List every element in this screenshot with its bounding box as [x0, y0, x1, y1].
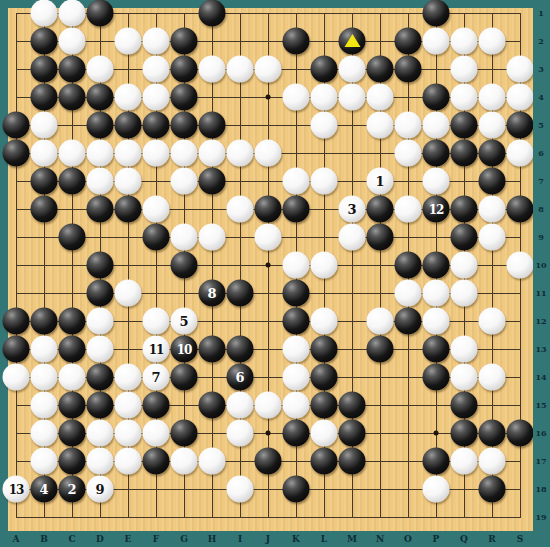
stone-white[interactable]: [87, 420, 114, 447]
stone-black[interactable]: [423, 84, 450, 111]
row-label: 18: [535, 484, 546, 494]
stone-black[interactable]: [451, 392, 478, 419]
stone-black[interactable]: [283, 280, 310, 307]
stone-white[interactable]: 1: [367, 168, 394, 195]
stone-black[interactable]: [3, 308, 30, 335]
stone-white[interactable]: [31, 364, 58, 391]
stone-black[interactable]: [59, 420, 86, 447]
stone-white[interactable]: [339, 224, 366, 251]
column-label: M: [347, 534, 357, 544]
stone-black[interactable]: [171, 112, 198, 139]
stone-white[interactable]: 9: [87, 476, 114, 503]
stone-white[interactable]: [479, 84, 506, 111]
stone-black[interactable]: [367, 56, 394, 83]
stone-black[interactable]: [339, 28, 366, 55]
stone-white[interactable]: [395, 112, 422, 139]
stone-white[interactable]: [31, 392, 58, 419]
stone-black[interactable]: [423, 252, 450, 279]
stone-white[interactable]: [143, 420, 170, 447]
stone-black[interactable]: [423, 448, 450, 475]
column-label: I: [238, 534, 242, 544]
stone-white[interactable]: [367, 308, 394, 335]
stone-black[interactable]: [87, 252, 114, 279]
stone-white[interactable]: [227, 392, 254, 419]
stone-white[interactable]: [255, 224, 282, 251]
stone-white[interactable]: [255, 392, 282, 419]
stone-black[interactable]: [171, 252, 198, 279]
stone-black[interactable]: [171, 420, 198, 447]
stone-black[interactable]: [87, 196, 114, 223]
stone-black[interactable]: [59, 224, 86, 251]
stone-black[interactable]: [227, 336, 254, 363]
stone-black[interactable]: [423, 140, 450, 167]
stone-white[interactable]: [31, 336, 58, 363]
column-label: E: [125, 534, 132, 544]
stone-white[interactable]: 3: [339, 196, 366, 223]
stone-black[interactable]: [367, 336, 394, 363]
stone-black[interactable]: [3, 336, 30, 363]
stone-white[interactable]: [87, 56, 114, 83]
stone-white[interactable]: [507, 84, 534, 111]
column-label: G: [180, 534, 188, 544]
row-label: 6: [538, 148, 544, 158]
stone-white[interactable]: [311, 420, 338, 447]
stone-white[interactable]: [311, 112, 338, 139]
column-label: F: [153, 534, 159, 544]
stone-black[interactable]: [395, 308, 422, 335]
stone-white[interactable]: 11: [143, 336, 170, 363]
stone-white[interactable]: [31, 448, 58, 475]
column-label: L: [321, 534, 327, 544]
stone-white[interactable]: [59, 0, 86, 27]
stone-black[interactable]: [283, 196, 310, 223]
stone-white[interactable]: [59, 28, 86, 55]
stone-white[interactable]: [87, 168, 114, 195]
stone-black[interactable]: [59, 336, 86, 363]
stone-white[interactable]: [115, 28, 142, 55]
stone-white[interactable]: [143, 84, 170, 111]
stone-black[interactable]: [31, 84, 58, 111]
stone-black[interactable]: [31, 168, 58, 195]
column-label: P: [433, 534, 440, 544]
stone-white[interactable]: [507, 56, 534, 83]
stone-black[interactable]: [87, 280, 114, 307]
column-label: D: [96, 534, 104, 544]
stone-white[interactable]: [143, 28, 170, 55]
stone-white[interactable]: [115, 420, 142, 447]
stone-black[interactable]: [339, 448, 366, 475]
stone-black[interactable]: [423, 336, 450, 363]
stone-white[interactable]: [87, 448, 114, 475]
row-label: 11: [535, 288, 546, 298]
stone-white[interactable]: [283, 336, 310, 363]
row-label: 3: [538, 64, 544, 74]
star-point: [266, 263, 271, 268]
stone-black[interactable]: [31, 56, 58, 83]
stone-white[interactable]: [423, 168, 450, 195]
stone-black[interactable]: [59, 168, 86, 195]
stone-white[interactable]: [143, 140, 170, 167]
stone-black[interactable]: 2: [59, 476, 86, 503]
stone-white[interactable]: [115, 168, 142, 195]
stone-black[interactable]: [171, 28, 198, 55]
move-number-label: 12: [429, 203, 444, 215]
stone-white[interactable]: [227, 140, 254, 167]
stone-black[interactable]: [451, 224, 478, 251]
column-label: R: [488, 534, 495, 544]
move-number-label: 1: [375, 175, 384, 188]
stone-black[interactable]: [143, 112, 170, 139]
stone-white[interactable]: [87, 308, 114, 335]
stone-white[interactable]: [31, 140, 58, 167]
stone-black[interactable]: 8: [199, 280, 226, 307]
stone-black[interactable]: 12: [423, 196, 450, 223]
stone-white[interactable]: [451, 280, 478, 307]
stone-black[interactable]: [59, 448, 86, 475]
stone-black[interactable]: [227, 280, 254, 307]
stone-black[interactable]: [479, 420, 506, 447]
move-number-label: 6: [235, 371, 244, 384]
stone-black[interactable]: [115, 196, 142, 223]
stone-black[interactable]: [367, 224, 394, 251]
stone-black[interactable]: [199, 336, 226, 363]
stone-white[interactable]: [255, 140, 282, 167]
stone-white[interactable]: [311, 252, 338, 279]
stone-white[interactable]: [479, 308, 506, 335]
stone-black[interactable]: [283, 476, 310, 503]
column-label: C: [68, 534, 75, 544]
move-number-label: 8: [207, 287, 216, 300]
column-label: O: [404, 534, 412, 544]
stone-white[interactable]: [479, 448, 506, 475]
stone-black[interactable]: [423, 364, 450, 391]
row-label: 10: [535, 260, 546, 270]
stone-white[interactable]: [423, 476, 450, 503]
stone-white[interactable]: [143, 196, 170, 223]
stone-black[interactable]: [451, 112, 478, 139]
stone-white[interactable]: [115, 364, 142, 391]
stone-white[interactable]: [507, 140, 534, 167]
row-label: 14: [535, 372, 546, 382]
stone-white[interactable]: [451, 448, 478, 475]
move-number-label: 10: [177, 343, 192, 355]
column-label: H: [208, 534, 217, 544]
star-point: [266, 431, 271, 436]
stone-white[interactable]: [171, 140, 198, 167]
stone-white[interactable]: [507, 252, 534, 279]
stone-black[interactable]: [3, 112, 30, 139]
stone-black[interactable]: [115, 112, 142, 139]
move-number-label: 7: [151, 371, 160, 384]
move-number-label: 9: [95, 483, 104, 496]
stone-black[interactable]: [507, 112, 534, 139]
move-number-label: 4: [39, 483, 48, 496]
stone-black[interactable]: 6: [227, 364, 254, 391]
stone-white[interactable]: [367, 112, 394, 139]
stone-black[interactable]: [143, 224, 170, 251]
stone-white[interactable]: [451, 336, 478, 363]
stone-black[interactable]: [59, 56, 86, 83]
row-label: 8: [538, 204, 544, 214]
star-point: [266, 95, 271, 100]
stone-white[interactable]: [423, 112, 450, 139]
stone-white[interactable]: [367, 84, 394, 111]
stone-black[interactable]: [311, 364, 338, 391]
row-label: 17: [535, 456, 546, 466]
row-label: 15: [535, 400, 546, 410]
stone-white[interactable]: [87, 140, 114, 167]
stone-white[interactable]: [255, 56, 282, 83]
stone-white[interactable]: [199, 224, 226, 251]
stone-white[interactable]: [283, 84, 310, 111]
stone-white[interactable]: [423, 308, 450, 335]
stone-black[interactable]: [31, 28, 58, 55]
stone-black[interactable]: [451, 196, 478, 223]
stone-black[interactable]: [59, 308, 86, 335]
move-number-label: 2: [67, 483, 76, 496]
stone-white[interactable]: [423, 280, 450, 307]
stone-white[interactable]: [115, 392, 142, 419]
stone-black[interactable]: 4: [31, 476, 58, 503]
stone-black[interactable]: [59, 392, 86, 419]
stone-black[interactable]: [171, 56, 198, 83]
stone-black[interactable]: [199, 168, 226, 195]
move-number-label: 3: [347, 203, 356, 216]
stone-white[interactable]: [311, 84, 338, 111]
stone-black[interactable]: [451, 420, 478, 447]
stone-black[interactable]: [171, 84, 198, 111]
row-label: 16: [535, 428, 546, 438]
row-label: 5: [538, 120, 544, 130]
stone-white[interactable]: [171, 448, 198, 475]
stone-white[interactable]: [395, 280, 422, 307]
row-label: 4: [538, 92, 544, 102]
row-label: 12: [535, 316, 546, 326]
stone-black[interactable]: [87, 112, 114, 139]
stone-white[interactable]: [283, 168, 310, 195]
stone-white[interactable]: [479, 364, 506, 391]
stone-black[interactable]: [339, 420, 366, 447]
stone-black[interactable]: [311, 56, 338, 83]
stone-white[interactable]: [451, 84, 478, 111]
star-point: [434, 431, 439, 436]
column-label: Q: [460, 534, 468, 544]
stone-black[interactable]: [199, 0, 226, 27]
stone-black[interactable]: [311, 336, 338, 363]
stone-white[interactable]: [227, 476, 254, 503]
move-number-label: 5: [179, 315, 188, 328]
stone-black[interactable]: [87, 364, 114, 391]
stone-black[interactable]: [87, 392, 114, 419]
stone-black[interactable]: [283, 420, 310, 447]
column-label: S: [517, 534, 524, 544]
stone-white[interactable]: [423, 28, 450, 55]
stone-white[interactable]: [143, 56, 170, 83]
stone-white[interactable]: 5: [171, 308, 198, 335]
column-label: K: [292, 534, 300, 544]
column-label: J: [266, 534, 270, 544]
stone-black[interactable]: [199, 112, 226, 139]
stone-black[interactable]: [479, 476, 506, 503]
stone-white[interactable]: [479, 196, 506, 223]
stone-white[interactable]: [451, 56, 478, 83]
stone-black[interactable]: [255, 448, 282, 475]
stone-black[interactable]: [283, 28, 310, 55]
move-number-label: 11: [149, 343, 164, 355]
stone-white[interactable]: [451, 28, 478, 55]
stone-white[interactable]: [171, 224, 198, 251]
stone-white[interactable]: [227, 420, 254, 447]
move-number-label: 13: [9, 483, 24, 495]
stone-white[interactable]: [31, 112, 58, 139]
stone-black[interactable]: [31, 308, 58, 335]
stone-black[interactable]: [423, 0, 450, 27]
stone-white[interactable]: [311, 168, 338, 195]
stone-white[interactable]: [115, 448, 142, 475]
stone-black[interactable]: [87, 84, 114, 111]
stone-white[interactable]: [479, 224, 506, 251]
stone-black[interactable]: [451, 140, 478, 167]
stone-black[interactable]: [87, 0, 114, 27]
stone-black[interactable]: [395, 252, 422, 279]
stone-white[interactable]: [227, 56, 254, 83]
stone-white[interactable]: [479, 112, 506, 139]
go-board[interactable]: 13128511107613429: [8, 8, 533, 531]
row-label: 13: [535, 344, 546, 354]
stone-black[interactable]: [367, 196, 394, 223]
stone-black[interactable]: [311, 448, 338, 475]
stone-black[interactable]: [311, 392, 338, 419]
stone-white[interactable]: [31, 0, 58, 27]
stone-white[interactable]: [395, 140, 422, 167]
grid-line-horizontal: [16, 517, 521, 518]
stone-white[interactable]: [199, 56, 226, 83]
stone-white[interactable]: [283, 252, 310, 279]
stone-white[interactable]: [3, 364, 30, 391]
stone-white[interactable]: [451, 364, 478, 391]
stone-black[interactable]: [255, 196, 282, 223]
stone-white[interactable]: [115, 84, 142, 111]
stone-black[interactable]: [31, 196, 58, 223]
row-label: 19: [535, 512, 546, 522]
stone-white[interactable]: [87, 336, 114, 363]
stone-black[interactable]: 10: [171, 336, 198, 363]
stone-white[interactable]: [451, 252, 478, 279]
stone-white[interactable]: [479, 28, 506, 55]
stone-white[interactable]: [311, 308, 338, 335]
stone-white[interactable]: 7: [143, 364, 170, 391]
stone-white[interactable]: [199, 448, 226, 475]
column-label: B: [40, 534, 48, 544]
stone-white[interactable]: [59, 140, 86, 167]
stone-black[interactable]: [143, 392, 170, 419]
stone-white[interactable]: [283, 364, 310, 391]
stone-white[interactable]: [395, 196, 422, 223]
stone-black[interactable]: [395, 56, 422, 83]
triangle-marker: [344, 33, 360, 46]
stone-white[interactable]: [171, 168, 198, 195]
stone-black[interactable]: [479, 168, 506, 195]
row-label: 1: [538, 8, 544, 18]
stone-black[interactable]: [339, 392, 366, 419]
stone-white[interactable]: [227, 196, 254, 223]
stone-black[interactable]: [143, 448, 170, 475]
stone-white[interactable]: [199, 140, 226, 167]
row-label: 2: [538, 36, 544, 46]
stone-black[interactable]: [479, 140, 506, 167]
stone-white[interactable]: [283, 392, 310, 419]
stone-white[interactable]: [143, 308, 170, 335]
stone-white[interactable]: [59, 364, 86, 391]
stone-black[interactable]: [171, 364, 198, 391]
stone-white[interactable]: [115, 280, 142, 307]
stone-black[interactable]: [507, 196, 534, 223]
row-label: 7: [538, 176, 544, 186]
stone-white[interactable]: [339, 84, 366, 111]
column-label: A: [13, 534, 20, 544]
stone-black[interactable]: [395, 28, 422, 55]
stone-black[interactable]: [59, 84, 86, 111]
stone-black[interactable]: [283, 308, 310, 335]
column-label: N: [376, 534, 384, 544]
stone-white[interactable]: [339, 56, 366, 83]
stone-white[interactable]: [115, 140, 142, 167]
row-label: 9: [538, 232, 544, 242]
stone-black[interactable]: [507, 420, 534, 447]
go-game-screenshot: 13128511107613429 ABCDEFGHIJKLMNOPQRS123…: [0, 0, 550, 547]
stone-black[interactable]: [3, 140, 30, 167]
stone-white[interactable]: 13: [3, 476, 30, 503]
stone-black[interactable]: [199, 392, 226, 419]
stone-white[interactable]: [31, 420, 58, 447]
